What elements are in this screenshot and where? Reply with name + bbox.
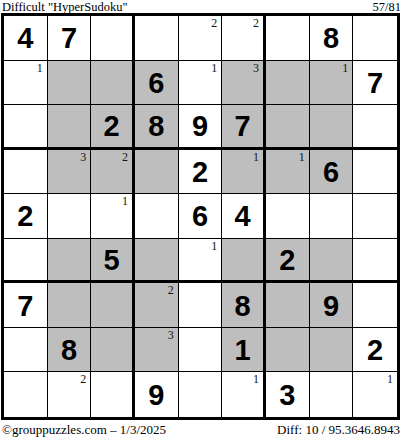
cell-r1c4[interactable] [135, 16, 179, 61]
cell-r3c2[interactable] [48, 105, 92, 150]
cell-r5c1[interactable]: 2 [4, 194, 48, 239]
cell-r9c1[interactable] [4, 372, 48, 417]
cell-r9c7[interactable]: 3 [266, 372, 310, 417]
given-digit: 2 [17, 200, 33, 231]
pencil-mark: 1 [299, 151, 305, 163]
cell-r7c6[interactable]: 8 [222, 283, 266, 328]
pencil-mark: 2 [80, 373, 86, 385]
cell-r2c9[interactable]: 7 [353, 61, 397, 106]
cell-r4c7[interactable]: 1 [266, 150, 310, 195]
given-digit: 2 [367, 334, 383, 365]
cell-r7c3[interactable] [91, 283, 135, 328]
cell-r9c3[interactable] [91, 372, 135, 417]
cell-r9c4[interactable]: 9 [135, 372, 179, 417]
cell-r7c2[interactable] [48, 283, 92, 328]
cell-r1c7[interactable] [266, 16, 310, 61]
given-digit: 9 [323, 290, 339, 321]
cell-r9c5[interactable] [179, 372, 223, 417]
cell-r3c4[interactable]: 8 [135, 105, 179, 150]
given-digit: 9 [192, 110, 208, 141]
given-digit: 5 [104, 244, 120, 275]
cell-r6c2[interactable] [48, 239, 92, 284]
cell-r1c8[interactable]: 8 [310, 16, 354, 61]
cell-r8c8[interactable] [310, 328, 354, 373]
cell-r6c1[interactable] [4, 239, 48, 284]
cell-r8c6[interactable]: 1 [222, 328, 266, 373]
cell-r5c4[interactable] [135, 194, 179, 239]
footer: ©grouppuzzles.com – 1/3/2025 Diff: 10 / … [0, 420, 402, 436]
pencil-mark: 1 [387, 373, 393, 385]
cell-r1c6[interactable]: 2 [222, 16, 266, 61]
given-digit: 1 [235, 334, 251, 365]
pencil-mark: 3 [253, 62, 259, 74]
cell-r4c8[interactable]: 6 [310, 150, 354, 195]
sudoku-board: 4722816131728973221162164512728983122913… [1, 13, 400, 420]
cell-r8c2[interactable]: 8 [48, 328, 92, 373]
given-digit: 6 [192, 200, 208, 231]
pencil-mark: 1 [211, 240, 217, 252]
pencil-mark: 3 [80, 151, 86, 163]
difficulty-text: Diff: 10 / 95.3646.8943 [277, 423, 400, 436]
cell-r2c4[interactable]: 6 [135, 61, 179, 106]
cell-r1c2[interactable]: 7 [48, 16, 92, 61]
given-digit: 7 [17, 290, 33, 321]
cell-r1c1[interactable]: 4 [4, 16, 48, 61]
cell-r4c1[interactable] [4, 150, 48, 195]
cell-r5c9[interactable] [353, 194, 397, 239]
cell-r3c5[interactable]: 9 [179, 105, 223, 150]
copyright-text: ©grouppuzzles.com – 1/3/2025 [2, 423, 166, 436]
cell-r6c9[interactable] [353, 239, 397, 284]
cell-r2c3[interactable] [91, 61, 135, 106]
puzzle-title: Difficult "HyperSudoku" [2, 1, 128, 14]
cell-r8c9[interactable]: 2 [353, 328, 397, 373]
given-digit: 8 [235, 290, 251, 321]
pencil-mark: 1 [342, 62, 348, 74]
header: Difficult "HyperSudoku" 57/81 [0, 0, 402, 13]
cell-r5c5[interactable]: 6 [179, 194, 223, 239]
cell-r3c8[interactable] [310, 105, 354, 150]
cell-r4c5[interactable]: 2 [179, 150, 223, 195]
cells-remaining-counter: 57/81 [373, 1, 401, 14]
pencil-mark: 2 [253, 17, 259, 29]
given-digit: 6 [148, 67, 164, 98]
cell-r6c3[interactable]: 5 [91, 239, 135, 284]
pencil-mark: 1 [122, 195, 128, 207]
cell-r3c6[interactable]: 7 [222, 105, 266, 150]
cell-r7c5[interactable] [179, 283, 223, 328]
cell-r9c2[interactable]: 2 [48, 372, 92, 417]
cell-r2c5[interactable]: 1 [179, 61, 223, 106]
cell-r6c7[interactable]: 2 [266, 239, 310, 284]
cell-r6c6[interactable] [222, 239, 266, 284]
cell-r8c4[interactable]: 3 [135, 328, 179, 373]
cell-r3c9[interactable] [353, 105, 397, 150]
cell-r5c7[interactable] [266, 194, 310, 239]
pencil-mark: 2 [211, 17, 217, 29]
cell-r1c3[interactable] [91, 16, 135, 61]
pencil-mark: 1 [37, 62, 43, 74]
pencil-mark: 1 [253, 373, 259, 385]
cell-r7c8[interactable]: 9 [310, 283, 354, 328]
cell-r3c7[interactable] [266, 105, 310, 150]
cell-r6c8[interactable] [310, 239, 354, 284]
cell-r9c9[interactable]: 1 [353, 372, 397, 417]
given-digit: 6 [323, 156, 339, 187]
cell-r4c6[interactable]: 1 [222, 150, 266, 195]
pencil-mark: 2 [168, 284, 174, 296]
given-digit: 2 [279, 244, 295, 275]
cell-r8c1[interactable] [4, 328, 48, 373]
cell-r8c7[interactable] [266, 328, 310, 373]
cell-r4c2[interactable]: 3 [48, 150, 92, 195]
cell-r2c6[interactable]: 3 [222, 61, 266, 106]
cell-r8c5[interactable] [179, 328, 223, 373]
cell-r8c3[interactable] [91, 328, 135, 373]
cell-r9c6[interactable]: 1 [222, 372, 266, 417]
pencil-mark: 2 [122, 151, 128, 163]
cell-r2c8[interactable]: 1 [310, 61, 354, 106]
cell-r9c8[interactable] [310, 372, 354, 417]
cell-r5c6[interactable]: 4 [222, 194, 266, 239]
cell-r5c2[interactable] [48, 194, 92, 239]
cell-r7c7[interactable] [266, 283, 310, 328]
cell-r2c1[interactable]: 1 [4, 61, 48, 106]
cell-r5c3[interactable]: 1 [91, 194, 135, 239]
cell-r6c4[interactable] [135, 239, 179, 284]
cell-r7c9[interactable] [353, 283, 397, 328]
cell-r2c7[interactable] [266, 61, 310, 106]
given-digit: 2 [104, 110, 120, 141]
pencil-mark: 1 [253, 151, 259, 163]
given-digit: 7 [61, 22, 77, 53]
given-digit: 3 [279, 379, 295, 410]
given-digit: 8 [323, 22, 339, 53]
cell-r3c3[interactable]: 2 [91, 105, 135, 150]
given-digit: 8 [61, 334, 77, 365]
cell-r7c4[interactable]: 2 [135, 283, 179, 328]
given-digit: 7 [235, 110, 251, 141]
cell-r4c9[interactable] [353, 150, 397, 195]
cell-r4c3[interactable]: 2 [91, 150, 135, 195]
cell-r3c1[interactable] [4, 105, 48, 150]
given-digit: 9 [148, 379, 164, 410]
pencil-mark: 3 [168, 329, 174, 341]
given-digit: 8 [148, 110, 164, 141]
cell-r6c5[interactable]: 1 [179, 239, 223, 284]
cell-r5c8[interactable] [310, 194, 354, 239]
given-digit: 2 [192, 156, 208, 187]
cell-r4c4[interactable] [135, 150, 179, 195]
cell-r7c1[interactable]: 7 [4, 283, 48, 328]
given-digit: 7 [367, 67, 383, 98]
given-digit: 4 [235, 200, 251, 231]
cell-r2c2[interactable] [48, 61, 92, 106]
given-digit: 4 [17, 22, 33, 53]
cell-r1c9[interactable] [353, 16, 397, 61]
pencil-mark: 1 [211, 62, 217, 74]
cell-r1c5[interactable]: 2 [179, 16, 223, 61]
